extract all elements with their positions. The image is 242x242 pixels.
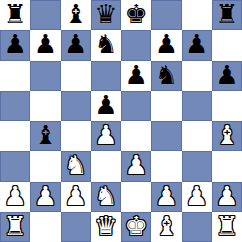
piece-white-pawn[interactable]: ♟ [94,122,117,148]
square-f4[interactable] [151,121,181,151]
piece-white-pawn[interactable]: ♟ [124,152,147,178]
square-b1[interactable] [30,212,60,242]
square-h2[interactable]: ♟ [212,182,242,212]
piece-black-pawn[interactable]: ♟ [3,31,26,57]
square-e3[interactable]: ♟ [121,151,151,181]
square-e6[interactable]: ♟ [121,61,151,91]
piece-black-pawn[interactable]: ♟ [155,31,178,57]
piece-black-pawn[interactable]: ♟ [215,62,238,88]
square-d7[interactable]: ♞ [91,30,121,60]
piece-white-pawn[interactable]: ♟ [34,183,57,209]
piece-white-rook[interactable]: ♜ [215,213,238,239]
piece-white-bishop[interactable]: ♝ [155,213,178,239]
square-g5[interactable] [182,91,212,121]
square-f1[interactable]: ♝ [151,212,181,242]
square-b7[interactable]: ♟ [30,30,60,60]
square-a1[interactable]: ♜ [0,212,30,242]
chess-board: ♜♝♛♚♜♟♟♟♞♟♟♟♞♟♟♝♟♝♞♟♟♟♟♞♟♟♟♜♛♚♝♜ [0,0,242,242]
square-d1[interactable]: ♛ [91,212,121,242]
piece-black-bishop[interactable]: ♝ [34,122,57,148]
square-e7[interactable] [121,30,151,60]
piece-white-rook[interactable]: ♜ [3,213,26,239]
square-f7[interactable]: ♟ [151,30,181,60]
square-f8[interactable] [151,0,181,30]
piece-black-rook[interactable]: ♜ [215,1,238,27]
square-h4[interactable]: ♝ [212,121,242,151]
square-e1[interactable]: ♚ [121,212,151,242]
square-b3[interactable] [30,151,60,181]
square-g7[interactable]: ♟ [182,30,212,60]
square-f2[interactable]: ♟ [151,182,181,212]
piece-black-king[interactable]: ♚ [124,1,147,27]
square-b6[interactable] [30,61,60,91]
piece-black-pawn[interactable]: ♟ [94,92,117,118]
square-b2[interactable]: ♟ [30,182,60,212]
square-h5[interactable] [212,91,242,121]
piece-white-pawn[interactable]: ♟ [155,183,178,209]
piece-white-queen[interactable]: ♛ [94,213,117,239]
piece-white-knight[interactable]: ♞ [64,152,87,178]
square-e4[interactable] [121,121,151,151]
square-d8[interactable]: ♛ [91,0,121,30]
square-e2[interactable] [121,182,151,212]
square-h1[interactable]: ♜ [212,212,242,242]
square-h3[interactable] [212,151,242,181]
piece-white-bishop[interactable]: ♝ [215,122,238,148]
piece-black-knight[interactable]: ♞ [94,31,117,57]
square-f6[interactable]: ♞ [151,61,181,91]
piece-black-queen[interactable]: ♛ [94,1,117,27]
square-a3[interactable] [0,151,30,181]
piece-white-pawn[interactable]: ♟ [215,183,238,209]
square-c1[interactable] [61,212,91,242]
square-g3[interactable] [182,151,212,181]
square-c2[interactable]: ♟ [61,182,91,212]
square-c8[interactable]: ♝ [61,0,91,30]
square-c3[interactable]: ♞ [61,151,91,181]
square-d5[interactable]: ♟ [91,91,121,121]
piece-black-knight[interactable]: ♞ [155,62,178,88]
square-c5[interactable] [61,91,91,121]
square-a6[interactable] [0,61,30,91]
square-g2[interactable]: ♟ [182,182,212,212]
square-a2[interactable]: ♟ [0,182,30,212]
piece-black-pawn[interactable]: ♟ [34,31,57,57]
piece-white-pawn[interactable]: ♟ [3,183,26,209]
square-e8[interactable]: ♚ [121,0,151,30]
square-e5[interactable] [121,91,151,121]
square-b8[interactable] [30,0,60,30]
square-c6[interactable] [61,61,91,91]
piece-black-pawn[interactable]: ♟ [124,62,147,88]
square-f3[interactable] [151,151,181,181]
square-f5[interactable] [151,91,181,121]
square-a7[interactable]: ♟ [0,30,30,60]
square-g4[interactable] [182,121,212,151]
square-g6[interactable] [182,61,212,91]
square-c4[interactable] [61,121,91,151]
piece-black-pawn[interactable]: ♟ [64,31,87,57]
piece-white-knight[interactable]: ♞ [94,183,117,209]
square-c7[interactable]: ♟ [61,30,91,60]
square-h7[interactable] [212,30,242,60]
square-d2[interactable]: ♞ [91,182,121,212]
piece-black-bishop[interactable]: ♝ [64,1,87,27]
piece-black-rook[interactable]: ♜ [3,1,26,27]
square-b4[interactable]: ♝ [30,121,60,151]
square-a4[interactable] [0,121,30,151]
square-a5[interactable] [0,91,30,121]
square-d6[interactable] [91,61,121,91]
square-g1[interactable] [182,212,212,242]
square-g8[interactable] [182,0,212,30]
piece-white-pawn[interactable]: ♟ [185,183,208,209]
square-b5[interactable] [30,91,60,121]
square-d4[interactable]: ♟ [91,121,121,151]
piece-white-pawn[interactable]: ♟ [64,183,87,209]
square-h8[interactable]: ♜ [212,0,242,30]
square-d3[interactable] [91,151,121,181]
piece-black-pawn[interactable]: ♟ [185,31,208,57]
square-h6[interactable]: ♟ [212,61,242,91]
square-a8[interactable]: ♜ [0,0,30,30]
piece-white-king[interactable]: ♚ [124,213,147,239]
